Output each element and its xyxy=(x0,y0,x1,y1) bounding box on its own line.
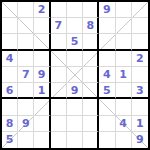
cell-r1c5[interactable] xyxy=(67,2,83,18)
cell-r2c5[interactable] xyxy=(67,18,83,34)
cell-r6c5[interactable]: 9 xyxy=(67,83,83,99)
cell-r4c3[interactable] xyxy=(34,51,50,67)
cell-r5c3[interactable]: 9 xyxy=(34,67,50,83)
cell-r8c1[interactable]: 8 xyxy=(2,116,18,132)
cell-r6c8[interactable] xyxy=(116,83,132,99)
cell-r9c2[interactable] xyxy=(18,132,34,148)
cell-r3c8[interactable] xyxy=(116,34,132,50)
cell-r3c4[interactable] xyxy=(51,34,67,50)
cell-r7c2[interactable] xyxy=(18,99,34,115)
cell-r8c4[interactable] xyxy=(51,116,67,132)
cell-r1c2[interactable] xyxy=(18,2,34,18)
cell-r2c1[interactable] xyxy=(2,18,18,34)
cell-r5c9[interactable] xyxy=(132,67,148,83)
sudoku-cells: 2978542794161953894159 xyxy=(2,2,148,148)
cell-r2c3[interactable] xyxy=(34,18,50,34)
cell-r9c9[interactable]: 9 xyxy=(132,132,148,148)
cell-r7c3[interactable] xyxy=(34,99,50,115)
cell-r3c6[interactable] xyxy=(83,34,99,50)
cell-r4c6[interactable] xyxy=(83,51,99,67)
cell-r9c1[interactable]: 5 xyxy=(2,132,18,148)
cell-r2c4[interactable]: 7 xyxy=(51,18,67,34)
cell-r6c1[interactable]: 6 xyxy=(2,83,18,99)
cell-r5c7[interactable]: 4 xyxy=(99,67,115,83)
cell-r5c8[interactable]: 1 xyxy=(116,67,132,83)
cell-r7c1[interactable] xyxy=(2,99,18,115)
cell-r4c9[interactable]: 2 xyxy=(132,51,148,67)
cell-r3c3[interactable] xyxy=(34,34,50,50)
cell-r8c7[interactable] xyxy=(99,116,115,132)
cell-r3c9[interactable] xyxy=(132,34,148,50)
cell-r8c8[interactable]: 4 xyxy=(116,116,132,132)
cell-r4c4[interactable] xyxy=(51,51,67,67)
cell-r3c2[interactable] xyxy=(18,34,34,50)
sudoku-board: 2978542794161953894159 xyxy=(0,0,150,150)
cell-r7c6[interactable] xyxy=(83,99,99,115)
cell-r1c9[interactable] xyxy=(132,2,148,18)
cell-r1c4[interactable] xyxy=(51,2,67,18)
cell-r2c7[interactable] xyxy=(99,18,115,34)
cell-r4c7[interactable] xyxy=(99,51,115,67)
cell-r9c8[interactable] xyxy=(116,132,132,148)
cell-r1c8[interactable] xyxy=(116,2,132,18)
cell-r1c1[interactable] xyxy=(2,2,18,18)
cell-r8c9[interactable]: 1 xyxy=(132,116,148,132)
cell-r6c4[interactable] xyxy=(51,83,67,99)
cell-r4c8[interactable] xyxy=(116,51,132,67)
cell-r4c2[interactable] xyxy=(18,51,34,67)
cell-r9c4[interactable] xyxy=(51,132,67,148)
cell-r4c1[interactable]: 4 xyxy=(2,51,18,67)
cell-r6c3[interactable]: 1 xyxy=(34,83,50,99)
cell-r1c7[interactable]: 9 xyxy=(99,2,115,18)
cell-r1c6[interactable] xyxy=(83,2,99,18)
cell-r9c7[interactable] xyxy=(99,132,115,148)
cell-r3c5[interactable]: 5 xyxy=(67,34,83,50)
cell-r6c9[interactable]: 3 xyxy=(132,83,148,99)
cell-r8c3[interactable] xyxy=(34,116,50,132)
cell-r6c2[interactable] xyxy=(18,83,34,99)
cell-r4c5[interactable] xyxy=(67,51,83,67)
cell-r5c1[interactable] xyxy=(2,67,18,83)
cell-r7c4[interactable] xyxy=(51,99,67,115)
cell-r2c8[interactable] xyxy=(116,18,132,34)
cell-r2c9[interactable] xyxy=(132,18,148,34)
cell-r5c2[interactable]: 7 xyxy=(18,67,34,83)
cell-r7c9[interactable] xyxy=(132,99,148,115)
cell-r7c5[interactable] xyxy=(67,99,83,115)
cell-r7c8[interactable] xyxy=(116,99,132,115)
cell-r7c7[interactable] xyxy=(99,99,115,115)
cell-r3c7[interactable] xyxy=(99,34,115,50)
cell-r8c2[interactable]: 9 xyxy=(18,116,34,132)
cell-r9c5[interactable] xyxy=(67,132,83,148)
cell-r6c7[interactable]: 5 xyxy=(99,83,115,99)
cell-r5c6[interactable] xyxy=(83,67,99,83)
cell-r8c5[interactable] xyxy=(67,116,83,132)
cell-r5c5[interactable] xyxy=(67,67,83,83)
cell-r6c6[interactable] xyxy=(83,83,99,99)
cell-r1c3[interactable]: 2 xyxy=(34,2,50,18)
cell-r2c2[interactable] xyxy=(18,18,34,34)
cell-r3c1[interactable] xyxy=(2,34,18,50)
cell-r2c6[interactable]: 8 xyxy=(83,18,99,34)
cell-r9c3[interactable] xyxy=(34,132,50,148)
cell-r8c6[interactable] xyxy=(83,116,99,132)
cell-r5c4[interactable] xyxy=(51,67,67,83)
cell-r9c6[interactable] xyxy=(83,132,99,148)
